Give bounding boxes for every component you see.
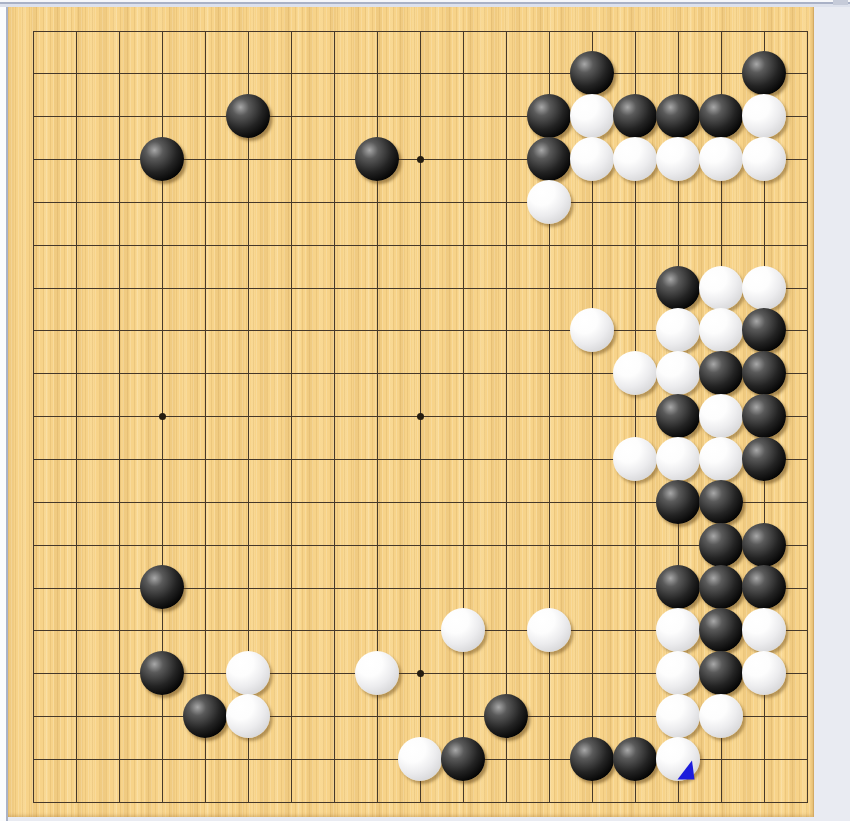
white-stone (613, 137, 657, 181)
black-stone (656, 94, 700, 138)
black-stone (699, 94, 743, 138)
black-stone (140, 651, 184, 695)
black-stone (699, 523, 743, 567)
white-stone (226, 651, 270, 695)
last-move-marker (656, 737, 700, 781)
black-stone (355, 137, 399, 181)
white-stone (570, 94, 614, 138)
black-stone (699, 565, 743, 609)
black-stone (226, 94, 270, 138)
white-stone (656, 608, 700, 652)
black-stone (742, 523, 786, 567)
black-stone (613, 737, 657, 781)
white-stone (613, 351, 657, 395)
black-stone (656, 480, 700, 524)
white-stone (699, 308, 743, 352)
window-chrome-corner (833, 0, 848, 5)
black-stone (527, 94, 571, 138)
white-stone (570, 308, 614, 352)
black-stone (742, 394, 786, 438)
white-stone (656, 694, 700, 738)
white-stone (742, 608, 786, 652)
white-stone (527, 180, 571, 224)
black-stone (527, 137, 571, 181)
black-stone (699, 480, 743, 524)
white-stone (355, 651, 399, 695)
black-stone (570, 51, 614, 95)
white-stone (742, 266, 786, 310)
white-stone (699, 394, 743, 438)
black-stone (656, 394, 700, 438)
black-stone (699, 651, 743, 695)
white-stone (398, 737, 442, 781)
white-stone (613, 437, 657, 481)
white-stone (699, 137, 743, 181)
black-stone (742, 565, 786, 609)
black-stone (699, 608, 743, 652)
black-stone (742, 351, 786, 395)
window-chrome-left (0, 7, 8, 821)
black-stone (656, 565, 700, 609)
white-stone (656, 437, 700, 481)
white-stone (527, 608, 571, 652)
white-stone (656, 308, 700, 352)
black-stone (699, 351, 743, 395)
white-stone (441, 608, 485, 652)
black-stone (140, 565, 184, 609)
black-stone (140, 137, 184, 181)
window-chrome-top (0, 0, 850, 7)
black-stone (441, 737, 485, 781)
go-board[interactable] (8, 7, 814, 817)
black-stone (742, 308, 786, 352)
black-stone (656, 266, 700, 310)
black-stone (570, 737, 614, 781)
white-stone (656, 351, 700, 395)
white-stone (656, 737, 700, 781)
black-stone (183, 694, 227, 738)
black-stone (742, 437, 786, 481)
white-stone (742, 137, 786, 181)
white-stone (656, 651, 700, 695)
black-stone (742, 51, 786, 95)
white-stone (742, 94, 786, 138)
white-stone (699, 694, 743, 738)
white-stone (570, 137, 614, 181)
black-stone (484, 694, 528, 738)
white-stone (742, 651, 786, 695)
white-stone (699, 266, 743, 310)
app-window (0, 0, 850, 821)
white-stone (699, 437, 743, 481)
black-stone (613, 94, 657, 138)
stones-grid (12, 9, 829, 821)
white-stone (656, 137, 700, 181)
white-stone (226, 694, 270, 738)
